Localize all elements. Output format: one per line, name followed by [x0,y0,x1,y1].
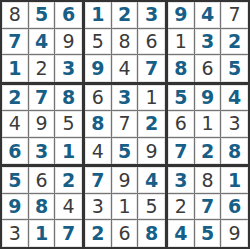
cell-r5c5[interactable]: 7 [112,111,139,138]
cell-r9c6[interactable]: 8 [138,220,165,247]
cell-r3c8[interactable]: 6 [195,55,222,82]
cell-r4c2[interactable]: 7 [29,85,56,112]
cell-r4c3[interactable]: 8 [55,85,82,112]
cell-r9c4[interactable]: 2 [85,220,112,247]
box-5: 631872459 [85,85,165,165]
box-8: 794315268 [85,167,165,247]
cell-r6c8[interactable]: 2 [195,138,222,165]
cell-r1c7[interactable]: 9 [168,2,195,29]
cell-r5c9[interactable]: 3 [221,111,248,138]
cell-r7c9[interactable]: 1 [221,167,248,194]
cell-r1c4[interactable]: 1 [85,2,112,29]
cell-r9c1[interactable]: 3 [2,220,29,247]
cell-r7c2[interactable]: 6 [29,167,56,194]
box-7: 562984317 [2,167,82,247]
cell-r4c7[interactable]: 5 [168,85,195,112]
box-1: 856749123 [2,2,82,82]
box-2: 123586947 [85,2,165,82]
cell-r6c5[interactable]: 5 [112,138,139,165]
cell-r1c3[interactable]: 6 [55,2,82,29]
cell-r5c6[interactable]: 2 [138,111,165,138]
cell-r9c3[interactable]: 7 [55,220,82,247]
cell-r8c8[interactable]: 7 [195,194,222,221]
cell-r4c6[interactable]: 1 [138,85,165,112]
sudoku-board: 8567491231235869479471328652784956316318… [0,0,250,249]
box-9: 381276459 [168,167,248,247]
cell-r4c5[interactable]: 3 [112,85,139,112]
cell-r5c7[interactable]: 6 [168,111,195,138]
cell-r1c6[interactable]: 3 [138,2,165,29]
cell-r9c7[interactable]: 4 [168,220,195,247]
cell-r2c8[interactable]: 3 [195,29,222,56]
cell-r3c1[interactable]: 1 [2,55,29,82]
cell-r2c2[interactable]: 4 [29,29,56,56]
cell-r2c4[interactable]: 5 [85,29,112,56]
cell-r1c5[interactable]: 2 [112,2,139,29]
cell-r6c6[interactable]: 9 [138,138,165,165]
cell-r6c3[interactable]: 1 [55,138,82,165]
cell-r9c5[interactable]: 6 [112,220,139,247]
cell-r8c4[interactable]: 3 [85,194,112,221]
cell-r7c7[interactable]: 3 [168,167,195,194]
cell-r1c1[interactable]: 8 [2,2,29,29]
cell-r6c9[interactable]: 8 [221,138,248,165]
cell-r2c5[interactable]: 8 [112,29,139,56]
cell-r3c5[interactable]: 4 [112,55,139,82]
cell-r5c2[interactable]: 9 [29,111,56,138]
cell-r7c8[interactable]: 8 [195,167,222,194]
cell-r5c3[interactable]: 5 [55,111,82,138]
cell-r5c4[interactable]: 8 [85,111,112,138]
cell-r7c5[interactable]: 9 [112,167,139,194]
cell-r3c7[interactable]: 8 [168,55,195,82]
cell-r7c1[interactable]: 5 [2,167,29,194]
cell-r8c9[interactable]: 6 [221,194,248,221]
cell-r8c3[interactable]: 4 [55,194,82,221]
cell-r4c4[interactable]: 6 [85,85,112,112]
cell-r8c1[interactable]: 9 [2,194,29,221]
cell-r9c2[interactable]: 1 [29,220,56,247]
cell-r5c8[interactable]: 1 [195,111,222,138]
cell-r6c7[interactable]: 7 [168,138,195,165]
cell-r2c1[interactable]: 7 [2,29,29,56]
cell-r1c9[interactable]: 7 [221,2,248,29]
cell-r4c1[interactable]: 2 [2,85,29,112]
cell-r8c7[interactable]: 2 [168,194,195,221]
cell-r3c9[interactable]: 5 [221,55,248,82]
cell-r1c2[interactable]: 5 [29,2,56,29]
cell-r6c1[interactable]: 6 [2,138,29,165]
cell-r1c8[interactable]: 4 [195,2,222,29]
cell-r3c6[interactable]: 7 [138,55,165,82]
box-4: 278495631 [2,85,82,165]
cell-r8c6[interactable]: 5 [138,194,165,221]
cell-r8c5[interactable]: 1 [112,194,139,221]
box-6: 594613728 [168,85,248,165]
box-3: 947132865 [168,2,248,82]
cell-r7c3[interactable]: 2 [55,167,82,194]
cell-r5c1[interactable]: 4 [2,111,29,138]
cell-r7c4[interactable]: 7 [85,167,112,194]
cell-r4c9[interactable]: 4 [221,85,248,112]
cell-r6c2[interactable]: 3 [29,138,56,165]
cell-r2c3[interactable]: 9 [55,29,82,56]
cell-r9c9[interactable]: 9 [221,220,248,247]
cell-r2c6[interactable]: 6 [138,29,165,56]
cell-r3c3[interactable]: 3 [55,55,82,82]
cell-r8c2[interactable]: 8 [29,194,56,221]
cell-r3c2[interactable]: 2 [29,55,56,82]
cell-r6c4[interactable]: 4 [85,138,112,165]
cell-r3c4[interactable]: 9 [85,55,112,82]
cell-r4c8[interactable]: 9 [195,85,222,112]
cell-r2c7[interactable]: 1 [168,29,195,56]
cell-r7c6[interactable]: 4 [138,167,165,194]
cell-r9c8[interactable]: 5 [195,220,222,247]
cell-r2c9[interactable]: 2 [221,29,248,56]
